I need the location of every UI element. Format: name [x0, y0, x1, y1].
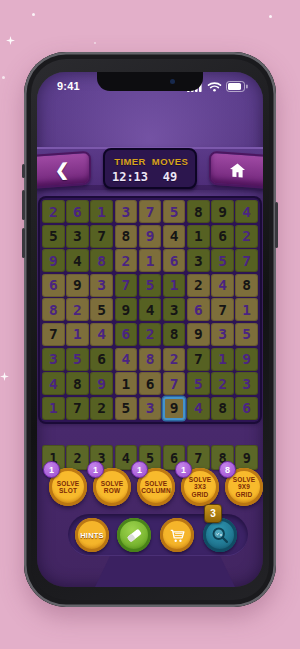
solve-3x3-grid-button-label: SOLVE3X3GRID	[189, 476, 212, 498]
cell-r7c4[interactable]: 4	[115, 348, 138, 371]
sparkle-star	[6, 36, 15, 45]
sparkle-dot	[94, 42, 96, 44]
cell-r4c8[interactable]: 4	[211, 274, 234, 297]
solve-row-button-label: SOLVEROW	[101, 480, 124, 495]
cell-r7c9[interactable]: 9	[235, 348, 258, 371]
sparkle-dot	[2, 76, 5, 79]
cell-r9c3[interactable]: 2	[90, 397, 113, 420]
cell-r2c8[interactable]: 6	[211, 225, 234, 248]
cell-r7c1[interactable]: 3	[42, 348, 65, 371]
number-tile-9[interactable]: 9	[235, 445, 258, 470]
solve-column-button[interactable]: 1SOLVECOLUMN	[137, 468, 175, 506]
app-screen: 9:41	[37, 72, 263, 587]
cell-r2c2[interactable]: 3	[66, 225, 89, 248]
cell-r2c6[interactable]: 4	[163, 225, 186, 248]
cell-r1c7[interactable]: 8	[187, 200, 210, 223]
cell-r1c2[interactable]: 6	[66, 200, 89, 223]
volume-up-button	[22, 190, 25, 220]
cell-r3c1[interactable]: 9	[42, 249, 65, 272]
cell-r3c6[interactable]: 6	[163, 249, 186, 272]
cell-r2c3[interactable]: 7	[90, 225, 113, 248]
home-button[interactable]	[209, 151, 263, 189]
cell-r5c3[interactable]: 5	[90, 298, 113, 321]
cell-r4c3[interactable]: 3	[90, 274, 113, 297]
shop-button[interactable]	[160, 518, 194, 552]
zoom-check-button[interactable]	[203, 518, 237, 552]
cell-r2c1[interactable]: 5	[42, 225, 65, 248]
cell-r9c2[interactable]: 7	[66, 397, 89, 420]
cell-r4c1[interactable]: 6	[42, 274, 65, 297]
sparkle-dot	[32, 13, 35, 16]
bottom-toolbar: HINTS	[68, 514, 248, 556]
moves-value: 49	[150, 170, 190, 184]
cell-r8c8[interactable]: 2	[211, 372, 234, 395]
cell-r3c2[interactable]: 4	[66, 249, 89, 272]
hints-button[interactable]: HINTS	[75, 518, 109, 552]
wifi-icon	[207, 81, 222, 92]
cell-r3c7[interactable]: 3	[187, 249, 210, 272]
cell-r9c8[interactable]: 8	[211, 397, 234, 420]
eraser-button[interactable]	[117, 518, 151, 552]
cell-r5c6[interactable]: 3	[163, 298, 186, 321]
sparkle-star	[0, 372, 9, 381]
cell-r9c6[interactable]: 9	[163, 397, 186, 420]
camera-dot	[170, 79, 175, 84]
cell-r4c4[interactable]: 7	[115, 274, 138, 297]
cell-r2c9[interactable]: 2	[235, 225, 258, 248]
cell-r6c8[interactable]: 3	[211, 323, 234, 346]
cell-r9c5[interactable]: 3	[139, 397, 162, 420]
solve-row-button[interactable]: 1SOLVEROW	[93, 468, 131, 506]
cell-r3c4[interactable]: 2	[115, 249, 138, 272]
solve-9x9-grid-button-count-badge: 8	[219, 461, 236, 478]
cell-r1c3[interactable]: 1	[90, 200, 113, 223]
cart-icon	[168, 526, 187, 545]
cell-r9c4[interactable]: 5	[115, 397, 138, 420]
timer-moves-panel: TIMER MOVES 12:13 49	[103, 148, 197, 189]
cell-r4c6[interactable]: 1	[163, 274, 186, 297]
solve-row-button-count-badge: 1	[87, 461, 104, 478]
cell-r8c5[interactable]: 6	[139, 372, 162, 395]
battery-icon	[226, 81, 248, 92]
timer-label: TIMER	[110, 156, 150, 167]
cell-r9c7[interactable]: 4	[187, 397, 210, 420]
cell-r4c9[interactable]: 8	[235, 274, 258, 297]
cell-r6c2[interactable]: 1	[66, 323, 89, 346]
magnifier-icon	[210, 525, 231, 546]
cell-r7c3[interactable]: 6	[90, 348, 113, 371]
status-time: 9:41	[57, 80, 80, 92]
solve-3x3-grid-button[interactable]: 1SOLVE3X3GRID	[181, 468, 219, 506]
moves-label: MOVES	[150, 156, 190, 167]
sparkle-dot	[269, 15, 272, 18]
solve-9x9-grid-button-label: SOLVE9X9GRID	[233, 476, 256, 498]
cell-r3c8[interactable]: 5	[211, 249, 234, 272]
cell-r7c6[interactable]: 2	[163, 348, 186, 371]
cell-r6c7[interactable]: 9	[187, 323, 210, 346]
solve-column-button-count-badge: 1	[131, 461, 148, 478]
cell-r7c5[interactable]: 8	[139, 348, 162, 371]
cell-r8c9[interactable]: 3	[235, 372, 258, 395]
cell-r6c3[interactable]: 4	[90, 323, 113, 346]
hints-label: HINTS	[80, 531, 104, 540]
cell-r7c2[interactable]: 5	[66, 348, 89, 371]
cell-r6c5[interactable]: 2	[139, 323, 162, 346]
cell-r5c5[interactable]: 4	[139, 298, 162, 321]
cell-r2c7[interactable]: 1	[187, 225, 210, 248]
cell-r1c9[interactable]: 4	[235, 200, 258, 223]
phone-notch	[97, 72, 203, 91]
cell-r4c7[interactable]: 2	[187, 274, 210, 297]
cell-r7c7[interactable]: 7	[187, 348, 210, 371]
cell-r6c1[interactable]: 7	[42, 323, 65, 346]
number-tile-2[interactable]: 2	[66, 445, 89, 470]
cell-r5c9[interactable]: 1	[235, 298, 258, 321]
mute-switch	[22, 164, 25, 178]
cell-r3c9[interactable]: 7	[235, 249, 258, 272]
cell-r6c9[interactable]: 5	[235, 323, 258, 346]
solve-9x9-grid-button[interactable]: 8SOLVE9X9GRID	[225, 468, 263, 506]
pink-background: 9:41	[0, 0, 300, 649]
cell-r7c8[interactable]: 1	[211, 348, 234, 371]
solve-3x3-grid-button-count-badge: 1	[175, 461, 192, 478]
cell-r8c6[interactable]: 7	[163, 372, 186, 395]
cell-r5c1[interactable]: 8	[42, 298, 65, 321]
cell-r5c7[interactable]: 6	[187, 298, 210, 321]
cell-r9c1[interactable]: 1	[42, 397, 65, 420]
cell-r8c1[interactable]: 4	[42, 372, 65, 395]
cell-r4c2[interactable]: 9	[66, 274, 89, 297]
timer-value: 12:13	[110, 170, 150, 184]
sudoku-grid: 2613758945378941629482163576937512488259…	[42, 200, 258, 420]
cell-r2c5[interactable]: 9	[139, 225, 162, 248]
cell-r9c9[interactable]: 6	[235, 397, 258, 420]
cell-r5c4[interactable]: 9	[115, 298, 138, 321]
cell-r5c2[interactable]: 2	[66, 298, 89, 321]
chevron-left-icon: ❮	[55, 161, 69, 179]
cell-r1c4[interactable]: 3	[115, 200, 138, 223]
sudoku-board: 2613758945378941629482163576937512488259…	[40, 198, 260, 422]
solve-slot-button[interactable]: 1SOLVESLOT	[49, 468, 87, 506]
zoom-count-badge: 3	[204, 504, 222, 523]
cell-r1c5[interactable]: 7	[139, 200, 162, 223]
cell-r5c8[interactable]: 7	[211, 298, 234, 321]
bottom-decor-shape	[95, 555, 235, 587]
cell-r6c4[interactable]: 6	[115, 323, 138, 346]
cell-r8c4[interactable]: 1	[115, 372, 138, 395]
cell-r1c8[interactable]: 9	[211, 200, 234, 223]
home-icon	[229, 162, 246, 178]
solve-column-button-label: SOLVECOLUMN	[141, 480, 171, 495]
cell-r8c3[interactable]: 9	[90, 372, 113, 395]
power-button	[275, 202, 278, 248]
cell-r4c5[interactable]: 5	[139, 274, 162, 297]
solve-slot-button-label: SOLVESLOT	[57, 480, 80, 495]
solve-slot-button-count-badge: 1	[43, 461, 60, 478]
cell-r1c6[interactable]: 5	[163, 200, 186, 223]
eraser-icon	[124, 525, 144, 545]
cell-r1c1[interactable]: 2	[42, 200, 65, 223]
phone-frame: 9:41	[24, 52, 276, 607]
cell-r3c3[interactable]: 8	[90, 249, 113, 272]
cell-r2c4[interactable]: 8	[115, 225, 138, 248]
cell-r6c6[interactable]: 8	[163, 323, 186, 346]
volume-down-button	[22, 228, 25, 258]
cell-r3c5[interactable]: 1	[139, 249, 162, 272]
cell-r8c2[interactable]: 8	[66, 372, 89, 395]
back-button[interactable]: ❮	[37, 151, 91, 189]
cell-r8c7[interactable]: 5	[187, 372, 210, 395]
